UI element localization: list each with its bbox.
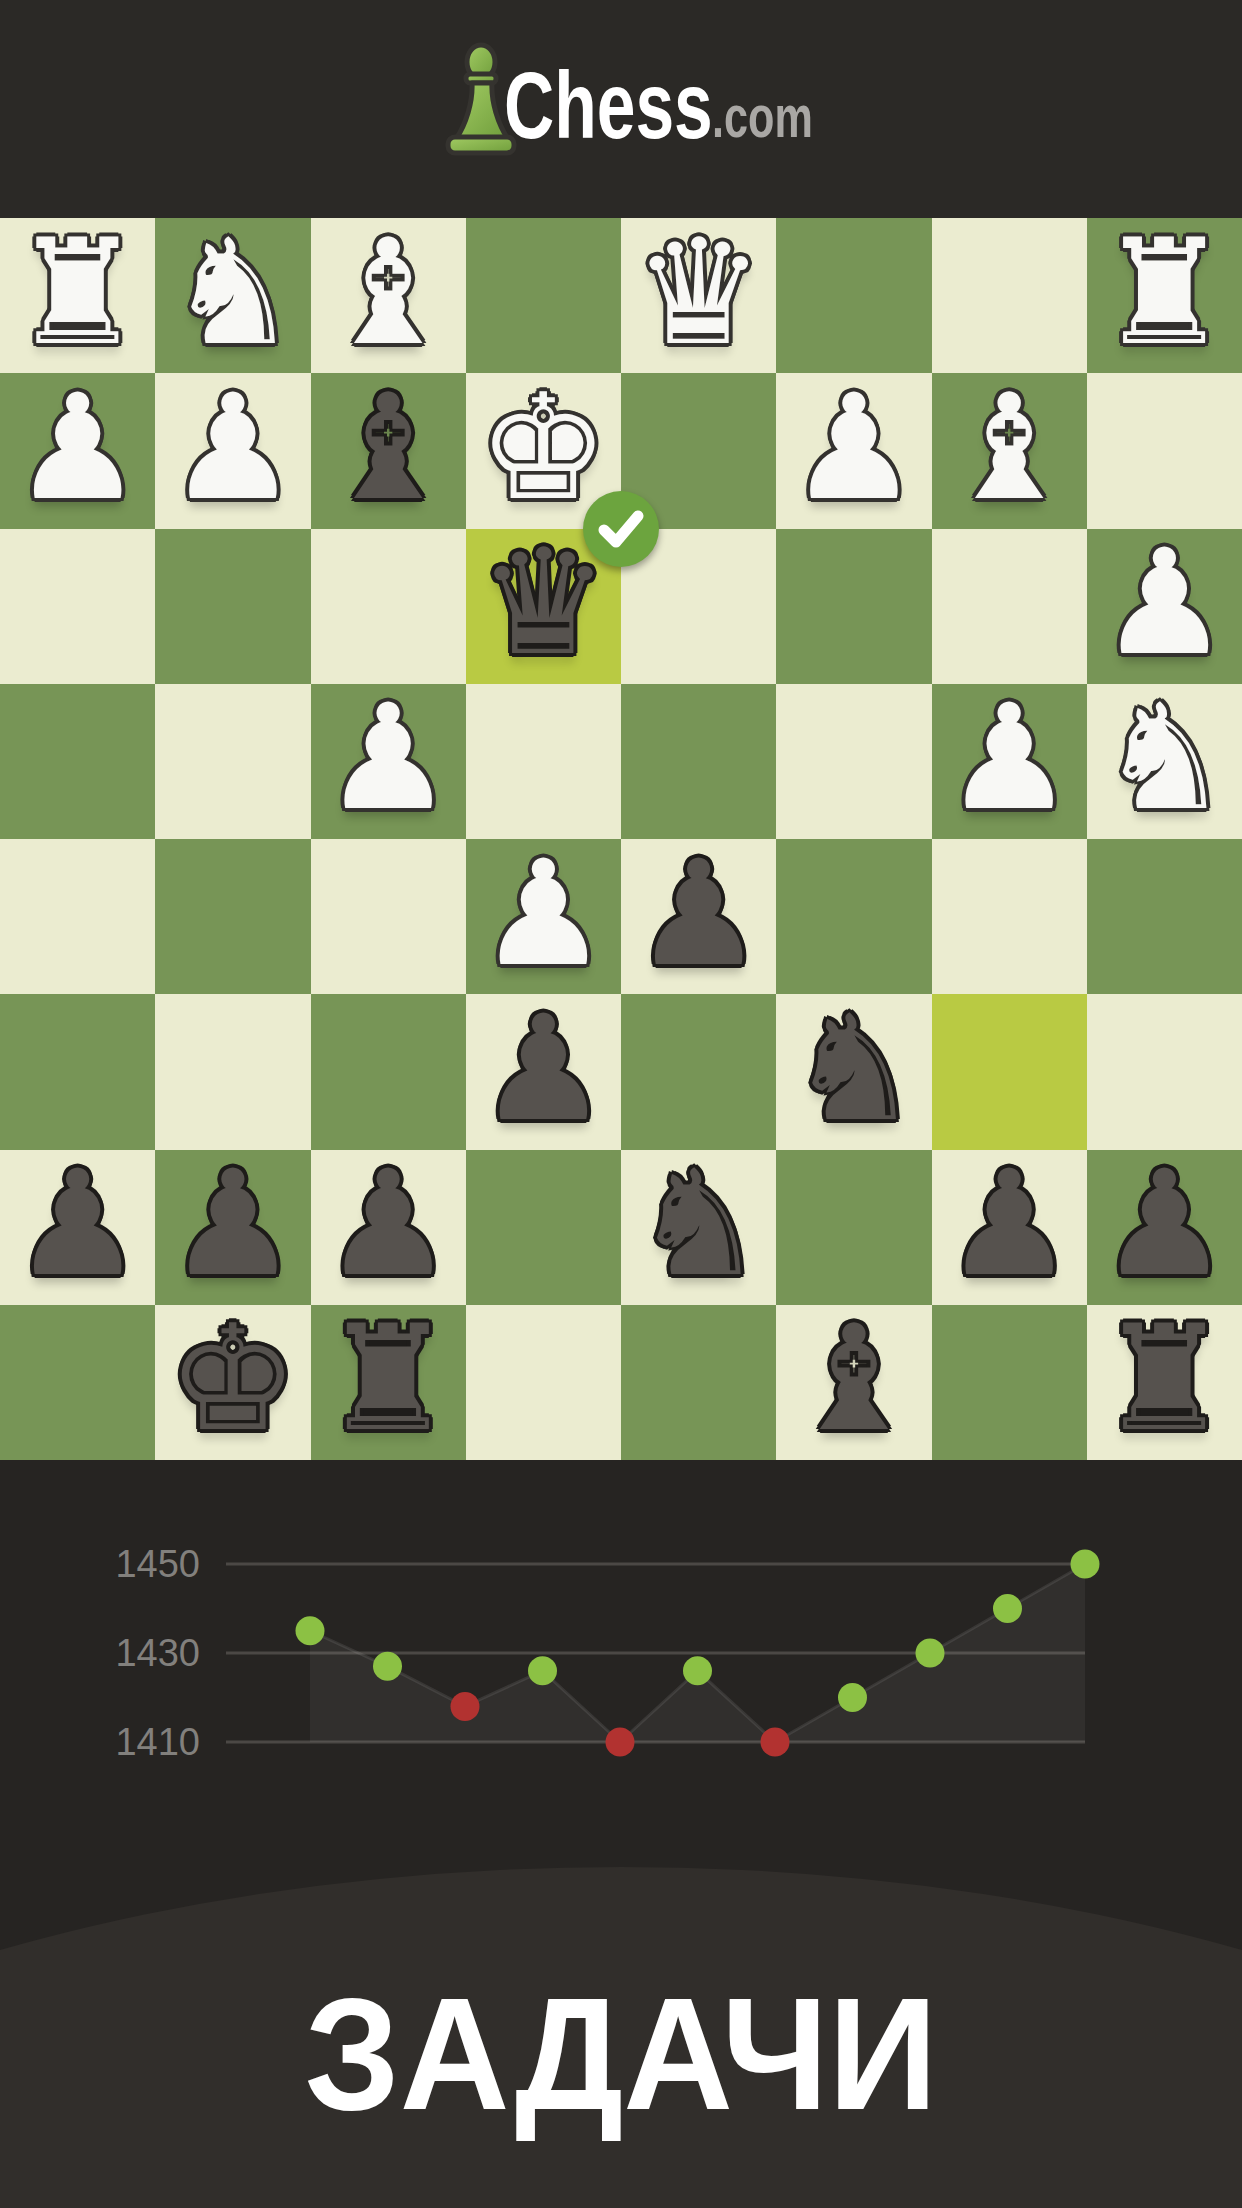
square-d5[interactable]: ♟ [621, 839, 776, 994]
black-pawn-piece[interactable]: ♟ [12, 1150, 143, 1296]
square-d4[interactable] [621, 684, 776, 839]
rating-point-11-win [1071, 1550, 1100, 1579]
black-bishop-piece[interactable]: ♝ [788, 1305, 919, 1451]
square-h4[interactable] [0, 684, 155, 839]
square-c5[interactable] [776, 839, 931, 994]
square-a2[interactable] [1087, 373, 1242, 528]
rating-point-8-win [838, 1683, 867, 1712]
square-a4[interactable]: ♞ [1087, 684, 1242, 839]
black-pawn-piece[interactable]: ♟ [633, 840, 764, 986]
square-b4[interactable]: ♟ [932, 684, 1087, 839]
black-knight-piece[interactable]: ♞ [788, 995, 919, 1141]
rating-point-10-win [993, 1594, 1022, 1623]
black-pawn-piece[interactable]: ♟ [478, 995, 609, 1141]
square-f2[interactable]: ♝ [311, 373, 466, 528]
white-pawn-piece[interactable]: ♟ [944, 684, 1075, 830]
brand-text: Chess [504, 59, 713, 153]
square-e4[interactable] [466, 684, 621, 839]
black-rook-piece[interactable]: ♜ [1099, 1305, 1230, 1451]
square-f5[interactable] [311, 839, 466, 994]
square-f1[interactable]: ♝ [311, 218, 466, 373]
square-a3[interactable]: ♟ [1087, 529, 1242, 684]
square-e6[interactable]: ♟ [466, 994, 621, 1149]
white-pawn-piece[interactable]: ♟ [167, 374, 298, 520]
square-h6[interactable] [0, 994, 155, 1149]
rating-point-7-loss [761, 1728, 790, 1757]
square-d8[interactable] [621, 1305, 776, 1460]
square-f3[interactable] [311, 529, 466, 684]
black-pawn-piece[interactable]: ♟ [1099, 1150, 1230, 1296]
square-a6[interactable] [1087, 994, 1242, 1149]
square-h7[interactable]: ♟ [0, 1150, 155, 1305]
square-g2[interactable]: ♟ [155, 373, 310, 528]
white-bishop-piece[interactable]: ♝ [944, 374, 1075, 520]
rating-point-2-win [373, 1652, 402, 1681]
black-rook-piece[interactable]: ♜ [323, 1305, 454, 1451]
square-f6[interactable] [311, 994, 466, 1149]
white-rook-piece[interactable]: ♜ [1099, 219, 1230, 365]
rating-point-9-win [916, 1639, 945, 1668]
square-c8[interactable]: ♝ [776, 1305, 931, 1460]
rating-chart: 145014301410 [0, 1460, 1242, 1860]
square-h1[interactable]: ♜ [0, 218, 155, 373]
y-tick-label-1430: 1430 [115, 1632, 200, 1674]
chesscom-logo: Chess .com [0, 0, 1242, 218]
square-g5[interactable] [155, 839, 310, 994]
y-tick-label-1410: 1410 [115, 1721, 200, 1763]
black-pawn-piece[interactable]: ♟ [944, 1150, 1075, 1296]
square-a8[interactable]: ♜ [1087, 1305, 1242, 1460]
rating-point-4-win [528, 1656, 557, 1685]
white-king-piece[interactable]: ♚ [478, 374, 609, 520]
square-e8[interactable] [466, 1305, 621, 1460]
black-king-piece[interactable]: ♚ [167, 1305, 298, 1451]
white-pawn-piece[interactable]: ♟ [12, 374, 143, 520]
square-c7[interactable] [776, 1150, 931, 1305]
white-knight-piece[interactable]: ♞ [167, 219, 298, 365]
square-c6[interactable]: ♞ [776, 994, 931, 1149]
square-g3[interactable] [155, 529, 310, 684]
square-d1[interactable]: ♛ [621, 218, 776, 373]
square-b8[interactable] [932, 1305, 1087, 1460]
square-f7[interactable]: ♟ [311, 1150, 466, 1305]
black-pawn-piece[interactable]: ♟ [323, 1150, 454, 1296]
square-h8[interactable] [0, 1305, 155, 1460]
square-b7[interactable]: ♟ [932, 1150, 1087, 1305]
square-c3[interactable] [776, 529, 931, 684]
white-pawn-piece[interactable]: ♟ [788, 374, 919, 520]
black-knight-piece[interactable]: ♞ [633, 1150, 764, 1296]
square-g4[interactable] [155, 684, 310, 839]
square-c4[interactable] [776, 684, 931, 839]
square-g7[interactable]: ♟ [155, 1150, 310, 1305]
square-d7[interactable]: ♞ [621, 1150, 776, 1305]
app-header: Chess .com [0, 0, 1242, 218]
square-e7[interactable] [466, 1150, 621, 1305]
square-b3[interactable] [932, 529, 1087, 684]
square-g6[interactable] [155, 994, 310, 1149]
square-h3[interactable] [0, 529, 155, 684]
black-pawn-piece[interactable]: ♟ [167, 1150, 298, 1296]
rating-point-1-win [296, 1616, 325, 1645]
square-b1[interactable] [932, 218, 1087, 373]
square-b6[interactable] [932, 994, 1087, 1149]
white-pawn-piece[interactable]: ♟ [478, 840, 609, 986]
square-g1[interactable]: ♞ [155, 218, 310, 373]
square-e5[interactable]: ♟ [466, 839, 621, 994]
square-a7[interactable]: ♟ [1087, 1150, 1242, 1305]
puzzles-title: ЗАДАЧИ [31, 1974, 1211, 2134]
square-a1[interactable]: ♜ [1087, 218, 1242, 373]
checkmark-icon [598, 510, 644, 548]
white-queen-piece[interactable]: ♛ [633, 219, 764, 365]
white-knight-piece[interactable]: ♞ [1099, 684, 1230, 830]
black-bishop-piece[interactable]: ♝ [323, 374, 454, 520]
rating-point-6-win [683, 1656, 712, 1685]
brand-suffix-text: .com [712, 87, 813, 147]
chess-board: ♜♞♝♛♜♟♟♝♚♟♝♛♟♟♟♞♟♟♟♞♟♟♟♞♟♟♚♜♝♜ [0, 218, 1242, 1460]
y-tick-label-1450: 1450 [115, 1543, 200, 1585]
square-e1[interactable] [466, 218, 621, 373]
white-bishop-piece[interactable]: ♝ [323, 219, 454, 365]
white-rook-piece[interactable]: ♜ [12, 219, 143, 365]
square-d6[interactable] [621, 994, 776, 1149]
rating-point-5-loss [606, 1728, 635, 1757]
square-h5[interactable] [0, 839, 155, 994]
square-g8[interactable]: ♚ [155, 1305, 310, 1460]
square-h2[interactable]: ♟ [0, 373, 155, 528]
white-pawn-piece[interactable]: ♟ [1099, 529, 1230, 675]
square-c1[interactable] [776, 218, 931, 373]
correct-move-badge [583, 491, 659, 567]
square-b5[interactable] [932, 839, 1087, 994]
square-b2[interactable]: ♝ [932, 373, 1087, 528]
square-f4[interactable]: ♟ [311, 684, 466, 839]
square-c2[interactable]: ♟ [776, 373, 931, 528]
square-a5[interactable] [1087, 839, 1242, 994]
square-f8[interactable]: ♜ [311, 1305, 466, 1460]
white-pawn-piece[interactable]: ♟ [323, 684, 454, 830]
rating-point-3-loss [451, 1692, 480, 1721]
